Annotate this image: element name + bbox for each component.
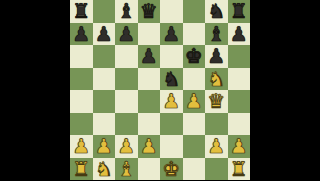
square-f7[interactable] [183,23,206,46]
black-pawn[interactable]: ♟ [140,45,158,67]
black-knight[interactable]: ♞ [162,68,180,90]
square-e7[interactable]: ♟ [160,23,183,46]
square-d5[interactable] [138,68,161,91]
square-c5[interactable] [115,68,138,91]
square-g7[interactable]: ♝ [205,23,228,46]
black-bishop[interactable]: ♝ [207,23,225,45]
black-pawn[interactable]: ♟ [95,23,113,45]
square-b7[interactable]: ♟ [93,23,116,46]
square-b4[interactable] [93,90,116,113]
black-bishop[interactable]: ♝ [117,0,135,22]
square-h6[interactable] [228,45,251,68]
square-a7[interactable]: ♟ [70,23,93,46]
black-rook[interactable]: ♜ [72,0,90,22]
white-knight[interactable]: ♞ [207,68,225,90]
square-g4[interactable]: ♛ [205,90,228,113]
square-c4[interactable] [115,90,138,113]
square-b3[interactable] [93,113,116,136]
square-a3[interactable] [70,113,93,136]
square-f4[interactable]: ♟ [183,90,206,113]
square-h1[interactable]: ♜ [228,158,251,181]
square-f6[interactable]: ♚ [183,45,206,68]
square-b1[interactable]: ♞ [93,158,116,181]
square-d6[interactable]: ♟ [138,45,161,68]
square-h7[interactable]: ♟ [228,23,251,46]
square-b6[interactable] [93,45,116,68]
square-g2[interactable]: ♟ [205,135,228,158]
square-g3[interactable] [205,113,228,136]
square-d7[interactable] [138,23,161,46]
square-e1[interactable]: ♚ [160,158,183,181]
white-rook[interactable]: ♜ [72,158,90,180]
square-a5[interactable] [70,68,93,91]
black-pawn[interactable]: ♟ [117,23,135,45]
white-pawn[interactable]: ♟ [117,135,135,157]
black-king[interactable]: ♚ [185,45,203,67]
square-e6[interactable] [160,45,183,68]
square-f5[interactable] [183,68,206,91]
square-d8[interactable]: ♛ [138,0,161,23]
white-knight[interactable]: ♞ [95,158,113,180]
square-h2[interactable]: ♟ [228,135,251,158]
white-pawn[interactable]: ♟ [207,135,225,157]
white-pawn[interactable]: ♟ [185,90,203,112]
square-g6[interactable]: ♟ [205,45,228,68]
white-bishop[interactable]: ♝ [117,158,135,180]
square-f3[interactable] [183,113,206,136]
square-e2[interactable] [160,135,183,158]
black-knight[interactable]: ♞ [207,0,225,22]
square-e5[interactable]: ♞ [160,68,183,91]
white-pawn[interactable]: ♟ [162,90,180,112]
white-pawn[interactable]: ♟ [140,135,158,157]
square-h3[interactable] [228,113,251,136]
square-c2[interactable]: ♟ [115,135,138,158]
black-pawn[interactable]: ♟ [162,23,180,45]
square-d3[interactable] [138,113,161,136]
white-rook[interactable]: ♜ [230,158,248,180]
square-d4[interactable] [138,90,161,113]
square-d1[interactable] [138,158,161,181]
square-c3[interactable] [115,113,138,136]
square-b8[interactable] [93,0,116,23]
square-c1[interactable]: ♝ [115,158,138,181]
square-a2[interactable]: ♟ [70,135,93,158]
square-f8[interactable] [183,0,206,23]
black-pawn[interactable]: ♟ [72,23,90,45]
chess-board: ♜♝♛♞♜♟♟♟♟♝♟♟♚♟♞♞♟♟♛♟♟♟♟♟♟♜♞♝♚♜ [70,0,250,180]
square-h5[interactable] [228,68,251,91]
black-pawn[interactable]: ♟ [230,23,248,45]
black-rook[interactable]: ♜ [230,0,248,22]
square-e8[interactable] [160,0,183,23]
square-f2[interactable] [183,135,206,158]
white-pawn[interactable]: ♟ [95,135,113,157]
square-c8[interactable]: ♝ [115,0,138,23]
square-e3[interactable] [160,113,183,136]
black-queen[interactable]: ♛ [140,0,158,22]
black-pawn[interactable]: ♟ [207,45,225,67]
square-f1[interactable] [183,158,206,181]
square-g1[interactable] [205,158,228,181]
square-h4[interactable] [228,90,251,113]
white-pawn[interactable]: ♟ [230,135,248,157]
white-king[interactable]: ♚ [162,158,180,180]
video-frame: ♜♝♛♞♜♟♟♟♟♝♟♟♚♟♞♞♟♟♛♟♟♟♟♟♟♜♞♝♚♜ [0,0,320,180]
square-g5[interactable]: ♞ [205,68,228,91]
square-b2[interactable]: ♟ [93,135,116,158]
square-c7[interactable]: ♟ [115,23,138,46]
white-pawn[interactable]: ♟ [72,135,90,157]
white-queen[interactable]: ♛ [207,90,225,112]
square-b5[interactable] [93,68,116,91]
square-a8[interactable]: ♜ [70,0,93,23]
square-d2[interactable]: ♟ [138,135,161,158]
square-a1[interactable]: ♜ [70,158,93,181]
square-h8[interactable]: ♜ [228,0,251,23]
square-g8[interactable]: ♞ [205,0,228,23]
square-c6[interactable] [115,45,138,68]
square-e4[interactable]: ♟ [160,90,183,113]
square-a4[interactable] [70,90,93,113]
square-a6[interactable] [70,45,93,68]
